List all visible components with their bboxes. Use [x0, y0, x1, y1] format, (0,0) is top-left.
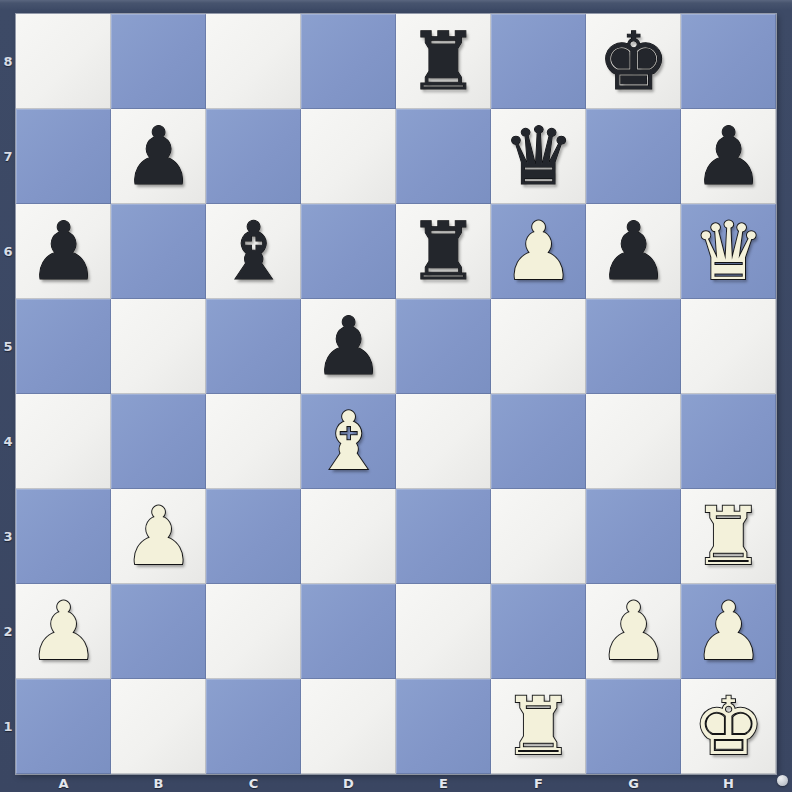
rank-label-3: 3 [0, 489, 16, 584]
piece-white-pawn[interactable]: ♟ [598, 584, 670, 679]
square-d5[interactable]: ♟ [301, 299, 396, 394]
square-e5[interactable] [396, 299, 491, 394]
square-d1[interactable] [301, 679, 396, 774]
square-c2[interactable] [206, 584, 301, 679]
square-h3[interactable]: ♜ [681, 489, 776, 584]
square-e2[interactable] [396, 584, 491, 679]
piece-black-pawn[interactable]: ♟ [28, 204, 100, 299]
chess-board-frame: 87654321 ♜♚♟♛♟♟♝♜♟♟♛♟♝♟♜♟♟♟♜♚ ABCDEFGH [0, 0, 792, 792]
piece-white-pawn[interactable]: ♟ [28, 584, 100, 679]
square-c8[interactable] [206, 14, 301, 109]
square-h5[interactable] [681, 299, 776, 394]
square-f2[interactable] [491, 584, 586, 679]
file-label-b: B [111, 774, 206, 792]
square-d8[interactable] [301, 14, 396, 109]
square-f6[interactable]: ♟ [491, 204, 586, 299]
piece-white-rook[interactable]: ♜ [503, 679, 575, 774]
file-label-a: A [16, 774, 111, 792]
square-g5[interactable] [586, 299, 681, 394]
file-label-d: D [301, 774, 396, 792]
square-h8[interactable] [681, 14, 776, 109]
square-d7[interactable] [301, 109, 396, 204]
square-d2[interactable] [301, 584, 396, 679]
piece-white-bishop[interactable]: ♝ [313, 394, 385, 489]
piece-black-king[interactable]: ♚ [598, 14, 670, 109]
square-e3[interactable] [396, 489, 491, 584]
square-g1[interactable] [586, 679, 681, 774]
square-a6[interactable]: ♟ [16, 204, 111, 299]
white-to-move-indicator [777, 775, 788, 786]
piece-white-king[interactable]: ♚ [693, 679, 765, 774]
piece-black-pawn[interactable]: ♟ [693, 109, 765, 204]
file-label-f: F [491, 774, 586, 792]
rank-label-7: 7 [0, 109, 16, 204]
square-g2[interactable]: ♟ [586, 584, 681, 679]
square-e4[interactable] [396, 394, 491, 489]
piece-white-pawn[interactable]: ♟ [693, 584, 765, 679]
piece-black-bishop[interactable]: ♝ [218, 204, 290, 299]
square-e8[interactable]: ♜ [396, 14, 491, 109]
square-b3[interactable]: ♟ [111, 489, 206, 584]
piece-black-rook[interactable]: ♜ [408, 14, 480, 109]
square-d6[interactable] [301, 204, 396, 299]
square-d3[interactable] [301, 489, 396, 584]
rank-label-8: 8 [0, 14, 16, 109]
piece-white-queen[interactable]: ♛ [693, 204, 765, 299]
square-g6[interactable]: ♟ [586, 204, 681, 299]
square-d4[interactable]: ♝ [301, 394, 396, 489]
square-f8[interactable] [491, 14, 586, 109]
square-f1[interactable]: ♜ [491, 679, 586, 774]
square-h2[interactable]: ♟ [681, 584, 776, 679]
square-c4[interactable] [206, 394, 301, 489]
square-h7[interactable]: ♟ [681, 109, 776, 204]
square-h6[interactable]: ♛ [681, 204, 776, 299]
square-g3[interactable] [586, 489, 681, 584]
square-b2[interactable] [111, 584, 206, 679]
square-c1[interactable] [206, 679, 301, 774]
square-g4[interactable] [586, 394, 681, 489]
square-a8[interactable] [16, 14, 111, 109]
piece-white-pawn[interactable]: ♟ [123, 489, 195, 584]
piece-black-rook[interactable]: ♜ [408, 204, 480, 299]
square-e7[interactable] [396, 109, 491, 204]
square-c6[interactable]: ♝ [206, 204, 301, 299]
rank-label-2: 2 [0, 584, 16, 679]
piece-black-pawn[interactable]: ♟ [598, 204, 670, 299]
square-c3[interactable] [206, 489, 301, 584]
square-c5[interactable] [206, 299, 301, 394]
square-b1[interactable] [111, 679, 206, 774]
square-b5[interactable] [111, 299, 206, 394]
file-label-g: G [586, 774, 681, 792]
piece-black-queen[interactable]: ♛ [503, 109, 575, 204]
piece-white-pawn[interactable]: ♟ [503, 204, 575, 299]
square-a5[interactable] [16, 299, 111, 394]
piece-black-pawn[interactable]: ♟ [123, 109, 195, 204]
square-a1[interactable] [16, 679, 111, 774]
square-b6[interactable] [111, 204, 206, 299]
square-f4[interactable] [491, 394, 586, 489]
square-b7[interactable]: ♟ [111, 109, 206, 204]
rank-label-6: 6 [0, 204, 16, 299]
square-a4[interactable] [16, 394, 111, 489]
piece-white-rook[interactable]: ♜ [693, 489, 765, 584]
square-f5[interactable] [491, 299, 586, 394]
square-g8[interactable]: ♚ [586, 14, 681, 109]
square-g7[interactable] [586, 109, 681, 204]
square-h1[interactable]: ♚ [681, 679, 776, 774]
rank-label-4: 4 [0, 394, 16, 489]
square-f7[interactable]: ♛ [491, 109, 586, 204]
square-b8[interactable] [111, 14, 206, 109]
square-f3[interactable] [491, 489, 586, 584]
square-a3[interactable] [16, 489, 111, 584]
file-label-h: H [681, 774, 776, 792]
square-a7[interactable] [16, 109, 111, 204]
square-c7[interactable] [206, 109, 301, 204]
file-label-c: C [206, 774, 301, 792]
file-labels: ABCDEFGH [16, 774, 776, 792]
rank-labels: 87654321 [0, 14, 16, 774]
square-b4[interactable] [111, 394, 206, 489]
chess-board[interactable]: ♜♚♟♛♟♟♝♜♟♟♛♟♝♟♜♟♟♟♜♚ [16, 14, 776, 774]
file-label-e: E [396, 774, 491, 792]
square-a2[interactable]: ♟ [16, 584, 111, 679]
square-e1[interactable] [396, 679, 491, 774]
piece-black-pawn[interactable]: ♟ [313, 299, 385, 394]
square-h4[interactable] [681, 394, 776, 489]
square-e6[interactable]: ♜ [396, 204, 491, 299]
rank-label-1: 1 [0, 679, 16, 774]
rank-label-5: 5 [0, 299, 16, 394]
